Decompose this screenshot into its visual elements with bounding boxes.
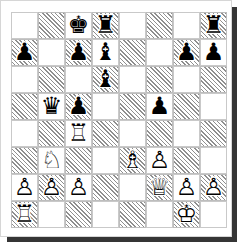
white-pawn-icon: ♟♙ [11, 174, 38, 201]
square-g7: ♟ [173, 39, 200, 66]
white-knight-icon: ♞♘ [38, 147, 65, 174]
white-rook-icon: ♜♖ [65, 120, 92, 147]
square-e7 [119, 39, 146, 66]
square-h7: ♟ [200, 39, 227, 66]
square-c5: ♟ [65, 93, 92, 120]
square-f6 [146, 66, 173, 93]
square-f5: ♟ [146, 93, 173, 120]
square-h6 [200, 66, 227, 93]
square-g5 [173, 93, 200, 120]
chess-board: ♚♜♜♟♟♝♟♟♝♛♟♟♜♖♞♘♝♗♟♙♟♙♟♙♟♙♛♕♟♙♟♙♜♖♚♔ [11, 12, 227, 228]
square-e6 [119, 66, 146, 93]
black-pawn-icon: ♟ [11, 39, 38, 66]
square-a2: ♟♙ [11, 174, 38, 201]
square-d6: ♝ [92, 66, 119, 93]
square-g6 [173, 66, 200, 93]
square-f8 [146, 12, 173, 39]
square-e2 [119, 174, 146, 201]
square-a8 [11, 12, 38, 39]
square-a6 [11, 66, 38, 93]
square-e1 [119, 201, 146, 228]
chess-diagram: ♚♜♜♟♟♝♟♟♝♛♟♟♜♖♞♘♝♗♟♙♟♙♟♙♟♙♛♕♟♙♟♙♜♖♚♔ [0, 0, 239, 244]
white-pawn-icon: ♟♙ [38, 174, 65, 201]
white-queen-icon: ♛♕ [146, 174, 173, 201]
square-f7 [146, 39, 173, 66]
square-a3 [11, 147, 38, 174]
square-h8: ♜ [200, 12, 227, 39]
white-pawn-icon: ♟♙ [173, 174, 200, 201]
square-e4 [119, 120, 146, 147]
white-rook-icon: ♜♖ [11, 201, 38, 228]
square-f1 [146, 201, 173, 228]
square-c8: ♚ [65, 12, 92, 39]
square-b3: ♞♘ [38, 147, 65, 174]
square-h3 [200, 147, 227, 174]
white-pawn-icon: ♟♙ [146, 147, 173, 174]
square-c6 [65, 66, 92, 93]
square-g1: ♚♔ [173, 201, 200, 228]
square-b7 [38, 39, 65, 66]
black-pawn-icon: ♟ [200, 39, 227, 66]
square-a1: ♜♖ [11, 201, 38, 228]
square-a5 [11, 93, 38, 120]
black-pawn-icon: ♟ [65, 93, 92, 120]
black-pawn-icon: ♟ [173, 39, 200, 66]
black-bishop-icon: ♝ [92, 39, 119, 66]
square-b2: ♟♙ [38, 174, 65, 201]
square-c7: ♟ [65, 39, 92, 66]
diagram-frame: ♚♜♜♟♟♝♟♟♝♛♟♟♜♖♞♘♝♗♟♙♟♙♟♙♟♙♛♕♟♙♟♙♜♖♚♔ [0, 0, 232, 237]
square-e5 [119, 93, 146, 120]
square-e8 [119, 12, 146, 39]
black-queen-icon: ♛ [38, 93, 65, 120]
square-c4: ♜♖ [65, 120, 92, 147]
square-b6 [38, 66, 65, 93]
black-bishop-icon: ♝ [92, 66, 119, 93]
white-pawn-icon: ♟♙ [200, 174, 227, 201]
white-king-icon: ♚♔ [173, 201, 200, 228]
square-g3 [173, 147, 200, 174]
black-pawn-icon: ♟ [146, 93, 173, 120]
square-h1 [200, 201, 227, 228]
square-c2: ♟♙ [65, 174, 92, 201]
square-b5: ♛ [38, 93, 65, 120]
black-rook-icon: ♜ [200, 12, 227, 39]
square-f4 [146, 120, 173, 147]
square-f3: ♟♙ [146, 147, 173, 174]
square-e3: ♝♗ [119, 147, 146, 174]
square-a7: ♟ [11, 39, 38, 66]
square-d4 [92, 120, 119, 147]
square-g2: ♟♙ [173, 174, 200, 201]
square-d2 [92, 174, 119, 201]
square-c3 [65, 147, 92, 174]
black-pawn-icon: ♟ [65, 39, 92, 66]
white-bishop-icon: ♝♗ [119, 147, 146, 174]
square-d8: ♜ [92, 12, 119, 39]
black-king-icon: ♚ [65, 12, 92, 39]
square-g8 [173, 12, 200, 39]
square-h4 [200, 120, 227, 147]
square-d5 [92, 93, 119, 120]
square-d7: ♝ [92, 39, 119, 66]
square-b4 [38, 120, 65, 147]
square-d1 [92, 201, 119, 228]
square-d3 [92, 147, 119, 174]
black-rook-icon: ♜ [92, 12, 119, 39]
square-b1 [38, 201, 65, 228]
square-h5 [200, 93, 227, 120]
white-pawn-icon: ♟♙ [65, 174, 92, 201]
square-h2: ♟♙ [200, 174, 227, 201]
square-g4 [173, 120, 200, 147]
square-f2: ♛♕ [146, 174, 173, 201]
square-a4 [11, 120, 38, 147]
square-c1 [65, 201, 92, 228]
square-b8 [38, 12, 65, 39]
